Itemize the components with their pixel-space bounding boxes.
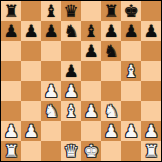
square-d2[interactable] xyxy=(61,121,81,141)
square-g2[interactable]: ♟ xyxy=(121,121,141,141)
square-a7[interactable]: ♟ xyxy=(1,21,21,41)
square-f3[interactable]: ♞ xyxy=(101,101,121,121)
piece-white-pawn[interactable]: ♟ xyxy=(43,81,58,101)
square-a1[interactable]: ♜ xyxy=(1,141,21,161)
square-f7[interactable]: ♟ xyxy=(101,21,121,41)
square-a5[interactable] xyxy=(1,61,21,81)
square-h4[interactable] xyxy=(141,81,161,101)
square-g6[interactable] xyxy=(121,41,141,61)
square-c4[interactable]: ♟ xyxy=(41,81,61,101)
square-a8[interactable]: ♜ xyxy=(1,1,21,21)
piece-white-pawn[interactable]: ♟ xyxy=(143,121,158,141)
piece-white-pawn[interactable]: ♟ xyxy=(63,81,78,101)
piece-black-pawn[interactable]: ♟ xyxy=(103,21,118,41)
piece-black-pawn[interactable]: ♟ xyxy=(23,21,38,41)
square-g1[interactable] xyxy=(121,141,141,161)
piece-white-knight[interactable]: ♞ xyxy=(103,101,118,121)
square-d7[interactable]: ♞ xyxy=(61,21,81,41)
piece-white-rook[interactable]: ♜ xyxy=(3,141,18,161)
square-c1[interactable] xyxy=(41,141,61,161)
square-h8[interactable] xyxy=(141,1,161,21)
square-e5[interactable] xyxy=(81,61,101,81)
square-g3[interactable] xyxy=(121,101,141,121)
square-f4[interactable] xyxy=(101,81,121,101)
piece-black-bishop[interactable]: ♝ xyxy=(83,21,98,41)
piece-white-knight[interactable]: ♞ xyxy=(43,101,58,121)
piece-white-pawn[interactable]: ♟ xyxy=(23,121,38,141)
square-f6[interactable]: ♞ xyxy=(101,41,121,61)
square-e4[interactable] xyxy=(81,81,101,101)
square-g5[interactable]: ♝ xyxy=(121,61,141,81)
piece-white-pawn[interactable]: ♟ xyxy=(123,121,138,141)
square-b6[interactable] xyxy=(21,41,41,61)
square-f1[interactable] xyxy=(101,141,121,161)
piece-black-pawn[interactable]: ♟ xyxy=(143,21,158,41)
piece-black-rook[interactable]: ♜ xyxy=(103,1,118,21)
piece-black-pawn[interactable]: ♟ xyxy=(83,41,98,61)
piece-white-queen[interactable]: ♛ xyxy=(63,141,78,161)
square-f5[interactable] xyxy=(101,61,121,81)
square-a3[interactable] xyxy=(1,101,21,121)
square-e7[interactable]: ♝ xyxy=(81,21,101,41)
square-g7[interactable]: ♟ xyxy=(121,21,141,41)
board-frame: ♜♝♛♜♚♟♟♟♞♝♟♟♟♟♞♟♝♟♟♞♝♟♞♟♟♟♟♟♜♛♚♜ xyxy=(0,0,162,162)
piece-white-king[interactable]: ♚ xyxy=(83,141,98,161)
piece-white-rook[interactable]: ♜ xyxy=(143,141,158,161)
square-b3[interactable] xyxy=(21,101,41,121)
square-d5[interactable]: ♟ xyxy=(61,61,81,81)
square-d3[interactable]: ♝ xyxy=(61,101,81,121)
piece-black-pawn[interactable]: ♟ xyxy=(123,21,138,41)
piece-white-pawn[interactable]: ♟ xyxy=(3,121,18,141)
piece-black-pawn[interactable]: ♟ xyxy=(43,21,58,41)
piece-white-pawn[interactable]: ♟ xyxy=(83,101,98,121)
square-b8[interactable] xyxy=(21,1,41,21)
square-e3[interactable]: ♟ xyxy=(81,101,101,121)
square-c5[interactable] xyxy=(41,61,61,81)
piece-black-queen[interactable]: ♛ xyxy=(63,1,78,21)
piece-black-rook[interactable]: ♜ xyxy=(3,1,18,21)
square-d4[interactable]: ♟ xyxy=(61,81,81,101)
square-b4[interactable] xyxy=(21,81,41,101)
piece-black-knight[interactable]: ♞ xyxy=(103,41,118,61)
piece-black-knight[interactable]: ♞ xyxy=(63,21,78,41)
piece-white-pawn[interactable]: ♟ xyxy=(103,121,118,141)
piece-black-pawn[interactable]: ♟ xyxy=(3,21,18,41)
piece-black-pawn[interactable]: ♟ xyxy=(63,61,78,81)
piece-white-bishop[interactable]: ♝ xyxy=(123,61,138,81)
square-h2[interactable]: ♟ xyxy=(141,121,161,141)
square-e2[interactable] xyxy=(81,121,101,141)
square-f8[interactable]: ♜ xyxy=(101,1,121,21)
square-c7[interactable]: ♟ xyxy=(41,21,61,41)
piece-white-bishop[interactable]: ♝ xyxy=(63,101,78,121)
square-h7[interactable]: ♟ xyxy=(141,21,161,41)
square-h1[interactable]: ♜ xyxy=(141,141,161,161)
square-e6[interactable]: ♟ xyxy=(81,41,101,61)
square-c8[interactable]: ♝ xyxy=(41,1,61,21)
square-e8[interactable] xyxy=(81,1,101,21)
piece-black-king[interactable]: ♚ xyxy=(123,1,138,21)
square-c2[interactable] xyxy=(41,121,61,141)
square-g4[interactable] xyxy=(121,81,141,101)
square-f2[interactable]: ♟ xyxy=(101,121,121,141)
square-c6[interactable] xyxy=(41,41,61,61)
square-d6[interactable] xyxy=(61,41,81,61)
square-e1[interactable]: ♚ xyxy=(81,141,101,161)
square-h3[interactable] xyxy=(141,101,161,121)
chess-board: ♜♝♛♜♚♟♟♟♞♝♟♟♟♟♞♟♝♟♟♞♝♟♞♟♟♟♟♟♜♛♚♜ xyxy=(1,1,161,161)
square-b5[interactable] xyxy=(21,61,41,81)
square-a4[interactable] xyxy=(1,81,21,101)
square-g8[interactable]: ♚ xyxy=(121,1,141,21)
piece-black-bishop[interactable]: ♝ xyxy=(43,1,58,21)
square-d8[interactable]: ♛ xyxy=(61,1,81,21)
square-c3[interactable]: ♞ xyxy=(41,101,61,121)
square-b1[interactable] xyxy=(21,141,41,161)
square-d1[interactable]: ♛ xyxy=(61,141,81,161)
square-h6[interactable] xyxy=(141,41,161,61)
square-a2[interactable]: ♟ xyxy=(1,121,21,141)
square-h5[interactable] xyxy=(141,61,161,81)
square-b2[interactable]: ♟ xyxy=(21,121,41,141)
square-a6[interactable] xyxy=(1,41,21,61)
square-b7[interactable]: ♟ xyxy=(21,21,41,41)
